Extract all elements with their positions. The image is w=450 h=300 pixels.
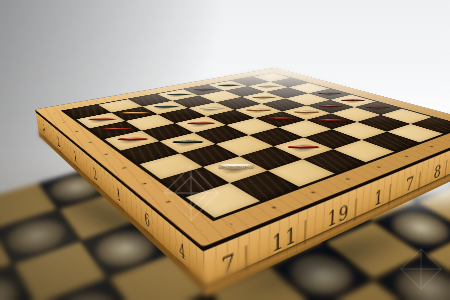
focus-blur-near — [0, 256, 450, 300]
rail-front-number: 11 — [267, 219, 308, 261]
rail-front-number: 1 — [370, 183, 392, 213]
rail-front-number: 7 — [402, 170, 422, 198]
checkers-board: 7111917844 0212164 — [35, 68, 450, 247]
checker-maroon[interactable] — [117, 138, 148, 141]
rail-front-number: 19 — [322, 197, 357, 235]
focus-blur-far — [0, 0, 450, 92]
rail-left-number: 1 — [72, 146, 80, 170]
rail-left-number: 2 — [91, 163, 100, 189]
checker-maroon[interactable] — [318, 119, 345, 121]
checker-black[interactable] — [172, 140, 203, 143]
checker-maroon[interactable] — [341, 99, 365, 101]
checker-tan[interactable] — [122, 112, 149, 114]
checker-maroon[interactable] — [88, 118, 116, 120]
rail-left-number: 6 — [142, 206, 154, 238]
checker-maroon[interactable] — [288, 146, 319, 149]
checker-maroon[interactable] — [267, 117, 293, 119]
checker-maroon[interactable] — [318, 93, 341, 94]
checker-tan[interactable] — [252, 96, 275, 98]
checker-maroon[interactable] — [365, 107, 391, 109]
photo-stage: 7111917844 0212164 — [0, 0, 450, 300]
checker-cream[interactable] — [199, 107, 224, 109]
checker-tan[interactable] — [294, 111, 320, 113]
checker-maroon[interactable] — [101, 128, 131, 130]
checker-maroon[interactable] — [187, 122, 215, 124]
checker-maroon[interactable] — [318, 105, 343, 107]
checker-black[interactable] — [153, 106, 178, 108]
focus-blur-left — [0, 130, 58, 300]
checker-tan[interactable] — [246, 109, 271, 111]
board-top — [35, 68, 450, 247]
checker-black[interactable] — [167, 94, 190, 95]
rail-front-number: 8 — [430, 159, 448, 186]
rail-left-number: 1 — [114, 182, 124, 211]
checker-cream-king[interactable] — [218, 164, 254, 169]
